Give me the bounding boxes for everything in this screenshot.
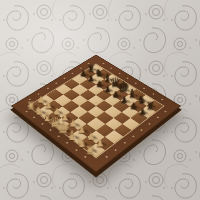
black-pawn: ♟: [96, 80, 104, 88]
frame-inlay-dot: [123, 142, 126, 144]
frame-inlay-dot: [132, 135, 135, 137]
square-h2: ♟: [96, 137, 114, 150]
black-pawn: ♟: [112, 90, 120, 99]
frame-inlay-dot: [156, 117, 159, 119]
frame-inlay-dot: [105, 156, 108, 158]
playing-area: ♜♞♝♛♚♝♞♜♟♟♟♟♟♟♟♟♟♟♟♟♟♟♟♟♜♞♝♛♚♝♞♜: [29, 64, 163, 157]
black-pawn: ♟: [130, 102, 138, 111]
square-h8: ♜: [146, 100, 163, 111]
frame-inlay-dot: [110, 68, 113, 70]
frame-inlay-dot: [66, 142, 69, 144]
black-pawn: ♟: [139, 107, 147, 116]
frame-inlay-dot: [135, 83, 138, 85]
white-pawn: ♟: [87, 132, 95, 141]
black-pawn: ♟: [88, 75, 95, 83]
white-pawn: ♟: [96, 139, 105, 149]
black-pawn: ♟: [104, 85, 112, 93]
frame-inlay-dot: [71, 72, 74, 74]
black-knight: ♞: [137, 94, 147, 105]
frame-inlay-dot: [161, 99, 164, 101]
black-rook: ♜: [146, 100, 155, 110]
black-bishop: ♝: [127, 88, 137, 99]
black-pawn: ♟: [121, 96, 129, 105]
white-pawn: ♟: [69, 119, 77, 128]
chess-board: ♜♞♝♛♚♝♞♜♟♟♟♟♟♟♟♟♟♟♟♟♟♟♟♟♜♞♝♛♚♝♞♜: [11, 55, 181, 173]
frame-inlay-dot: [152, 93, 155, 95]
chessboard-photo: ♜♞♝♛♚♝♞♜♟♟♟♟♟♟♟♟♟♟♟♟♟♟♟♟♜♞♝♛♚♝♞♜: [0, 0, 200, 200]
frame-inlay-dot: [33, 117, 36, 119]
white-pawn: ♟: [45, 102, 53, 111]
frame-inlay-dot: [55, 83, 58, 85]
frame-inlay-dot: [46, 88, 49, 90]
frame-inlay-dot: [164, 111, 167, 113]
frame-inlay-dot: [84, 156, 87, 158]
frame-inlay-dot: [148, 123, 151, 125]
frame-inlay-dot: [63, 77, 66, 79]
white-rook: ♜: [86, 144, 96, 155]
frame-inlay-dot: [102, 63, 104, 65]
white-pawn: ♟: [78, 126, 86, 135]
frame-inlay-dot: [143, 88, 146, 90]
perspective-scene: ♜♞♝♛♚♝♞♜♟♟♟♟♟♟♟♟♟♟♟♟♟♟♟♟♜♞♝♛♚♝♞♜: [0, 0, 200, 200]
frame-inlay-dot: [75, 149, 78, 151]
frame-inlay-dot: [140, 129, 143, 131]
frame-inlay-dot: [114, 149, 117, 151]
frame-inlay-dot: [25, 111, 28, 113]
